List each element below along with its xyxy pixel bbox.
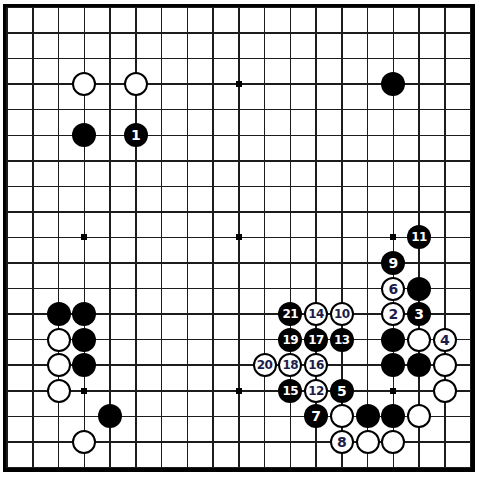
move-number: 3 <box>414 307 424 321</box>
go-board-diagram: 111962114102319171342018161512578 <box>0 0 479 477</box>
move-number: 11 <box>411 231 427 243</box>
grid-line-horizontal <box>6 211 471 213</box>
black-stone <box>356 404 380 428</box>
grid-line-horizontal <box>6 7 471 9</box>
move-number: 14 <box>308 308 324 320</box>
white-stone <box>47 353 71 377</box>
move-number: 6 <box>388 282 398 296</box>
grid-line-horizontal <box>6 58 471 60</box>
grid-line-horizontal <box>6 467 471 469</box>
black-stone-move-1: 1 <box>124 123 148 147</box>
black-stone-move-17: 17 <box>304 328 328 352</box>
grid-line-horizontal <box>6 109 471 111</box>
grid-line-horizontal <box>6 32 471 34</box>
white-stone-move-10: 10 <box>330 302 354 326</box>
grid-line-horizontal <box>6 160 471 162</box>
white-stone <box>47 379 71 403</box>
white-stone-move-14: 14 <box>304 302 328 326</box>
star-point <box>390 388 396 394</box>
star-point <box>236 234 242 240</box>
star-point <box>390 234 396 240</box>
move-number: 20 <box>257 359 273 371</box>
black-stone <box>72 328 96 352</box>
black-stone-move-15: 15 <box>278 379 302 403</box>
white-stone <box>407 328 431 352</box>
move-number: 19 <box>282 334 298 346</box>
white-stone-move-20: 20 <box>253 353 277 377</box>
black-stone-move-13: 13 <box>330 328 354 352</box>
white-stone <box>47 328 71 352</box>
white-stone <box>72 430 96 454</box>
black-stone-move-5: 5 <box>330 379 354 403</box>
white-stone <box>356 430 380 454</box>
move-number: 9 <box>388 256 398 270</box>
star-point <box>81 388 87 394</box>
move-number: 5 <box>337 384 347 398</box>
white-stone-move-4: 4 <box>433 328 457 352</box>
white-stone-move-6: 6 <box>381 277 405 301</box>
move-number: 21 <box>282 308 298 320</box>
move-number: 10 <box>334 308 350 320</box>
black-stone <box>407 353 431 377</box>
move-number: 13 <box>334 334 350 346</box>
move-number: 16 <box>308 359 324 371</box>
move-number: 12 <box>308 385 324 397</box>
white-stone-move-16: 16 <box>304 353 328 377</box>
move-number: 17 <box>308 334 324 346</box>
star-point <box>81 234 87 240</box>
black-stone <box>47 302 71 326</box>
move-number: 7 <box>311 409 321 423</box>
black-stone-move-3: 3 <box>407 302 431 326</box>
move-number: 1 <box>131 128 141 142</box>
white-stone-move-8: 8 <box>330 430 354 454</box>
move-number: 15 <box>282 385 298 397</box>
grid-line-horizontal <box>6 186 471 188</box>
white-stone <box>124 72 148 96</box>
black-stone <box>381 328 405 352</box>
move-number: 8 <box>337 435 347 449</box>
white-stone <box>433 379 457 403</box>
white-stone <box>381 430 405 454</box>
move-number: 4 <box>440 333 450 347</box>
black-stone <box>407 277 431 301</box>
star-point <box>236 81 242 87</box>
white-stone <box>330 404 354 428</box>
black-stone-move-19: 19 <box>278 328 302 352</box>
move-number: 18 <box>282 359 298 371</box>
white-stone-move-12: 12 <box>304 379 328 403</box>
star-point <box>236 388 242 394</box>
move-number: 2 <box>388 307 398 321</box>
white-stone <box>433 353 457 377</box>
